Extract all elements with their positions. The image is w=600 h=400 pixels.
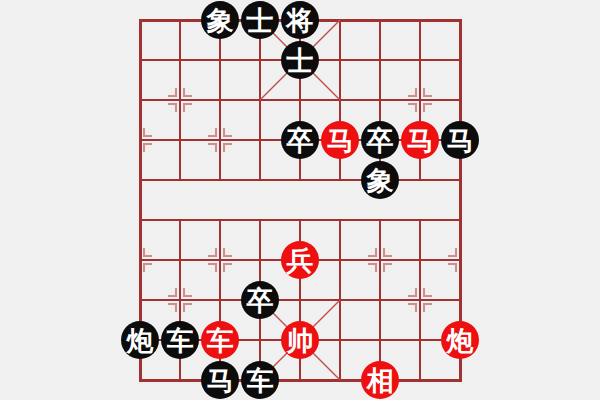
piece-black-soldier[interactable]: 卒 [281, 121, 319, 159]
piece-black-elephant[interactable]: 象 [201, 1, 239, 39]
piece-red-horse[interactable]: 马 [401, 121, 439, 159]
piece-black-chariot[interactable]: 车 [241, 361, 279, 399]
piece-red-chariot[interactable]: 车 [201, 321, 239, 359]
piece-black-general[interactable]: 将 [281, 1, 319, 39]
xiangqi-board[interactable]: 象士将士卒马卒马马象兵卒炮车车帅炮马车相 [0, 0, 600, 400]
piece-black-chariot[interactable]: 车 [161, 321, 199, 359]
piece-red-horse[interactable]: 马 [321, 121, 359, 159]
xiangqi-app: 象士将士卒马卒马马象兵卒炮车车帅炮马车相 [0, 0, 600, 400]
piece-red-cannon[interactable]: 炮 [441, 321, 479, 359]
piece-red-elephant[interactable]: 相 [361, 361, 399, 399]
piece-black-advisor[interactable]: 士 [241, 1, 279, 39]
piece-black-cannon[interactable]: 炮 [121, 321, 159, 359]
piece-red-soldier[interactable]: 兵 [281, 241, 319, 279]
piece-black-advisor[interactable]: 士 [281, 41, 319, 79]
piece-black-soldier[interactable]: 卒 [361, 121, 399, 159]
piece-black-soldier[interactable]: 卒 [241, 281, 279, 319]
piece-red-general[interactable]: 帅 [281, 321, 319, 359]
piece-black-horse[interactable]: 马 [201, 361, 239, 399]
piece-black-elephant[interactable]: 象 [361, 161, 399, 199]
piece-black-horse[interactable]: 马 [441, 121, 479, 159]
